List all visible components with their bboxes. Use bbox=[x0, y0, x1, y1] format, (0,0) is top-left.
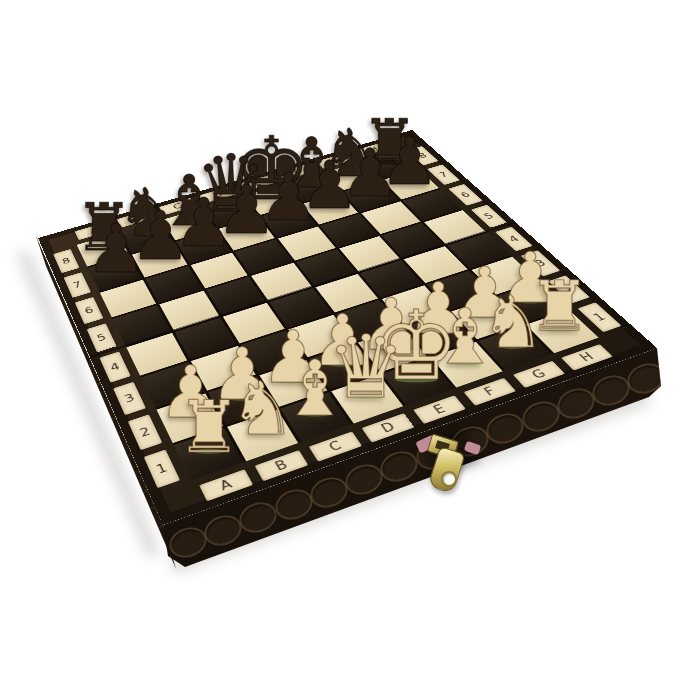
chess-set-photo: AA88BB77CC66DD55EE44FF33GG22HH11 ♜♞♝♛♚♝♞… bbox=[0, 0, 700, 700]
clasp-hole-icon bbox=[441, 471, 457, 487]
clasp bbox=[0, 0, 700, 700]
